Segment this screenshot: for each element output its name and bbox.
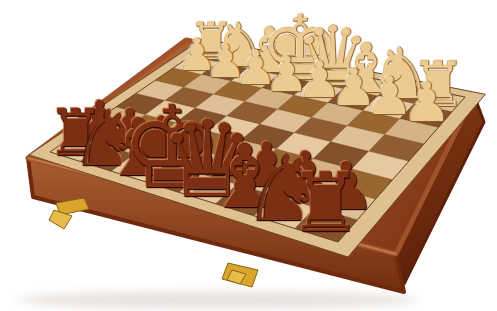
black-rook-a8[interactable]: ♜ (289, 163, 363, 245)
white-pawn-a2[interactable]: ♟ (402, 76, 451, 131)
ground-shadow (18, 291, 418, 309)
brass-latch-front (222, 263, 258, 287)
chess-set-photo: ♜♞♝♛♚♝♞♜♟♟♟♟♟♟♟♟♟♟♟♟♟♟♟♟♜♞♝♛♚♝♞♜ (0, 0, 497, 311)
